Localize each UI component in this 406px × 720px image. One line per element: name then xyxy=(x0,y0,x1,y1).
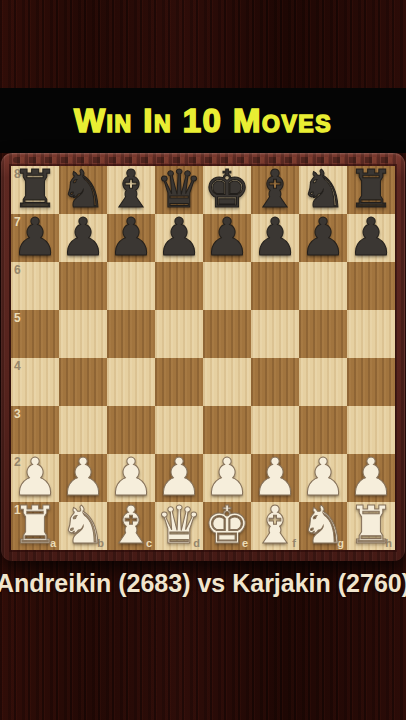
square-e1[interactable]: e♚ xyxy=(203,502,251,550)
square-f6[interactable] xyxy=(251,262,299,310)
black-bishop[interactable]: ♝ xyxy=(252,165,299,213)
match-caption-text: Andreikin (2683) vs Karjakin (2760) xyxy=(0,569,406,598)
black-pawn[interactable]: ♟ xyxy=(12,213,59,261)
square-a5[interactable]: 5 xyxy=(11,310,59,358)
white-bishop[interactable]: ♝ xyxy=(108,501,155,549)
square-a7[interactable]: 7♟ xyxy=(11,214,59,262)
square-b4[interactable] xyxy=(59,358,107,406)
square-c1[interactable]: c♝ xyxy=(107,502,155,550)
square-d1[interactable]: d♛ xyxy=(155,502,203,550)
white-pawn[interactable]: ♟ xyxy=(252,453,299,501)
black-rook[interactable]: ♜ xyxy=(348,165,395,213)
square-a6[interactable]: 6 xyxy=(11,262,59,310)
square-f1[interactable]: f♝ xyxy=(251,502,299,550)
white-rook[interactable]: ♜ xyxy=(12,501,59,549)
match-caption: Andreikin (2683) vs Karjakin (2760) xyxy=(0,566,406,600)
square-g6[interactable] xyxy=(299,262,347,310)
square-d4[interactable] xyxy=(155,358,203,406)
white-knight[interactable]: ♞ xyxy=(60,501,107,549)
black-pawn[interactable]: ♟ xyxy=(300,213,347,261)
white-pawn[interactable]: ♟ xyxy=(12,453,59,501)
rank-label-5: 5 xyxy=(14,312,21,324)
square-b6[interactable] xyxy=(59,262,107,310)
black-rook[interactable]: ♜ xyxy=(12,165,59,213)
square-h7[interactable]: ♟ xyxy=(347,214,395,262)
black-pawn[interactable]: ♟ xyxy=(156,213,203,261)
black-queen[interactable]: ♛ xyxy=(156,165,203,213)
white-pawn[interactable]: ♟ xyxy=(60,453,107,501)
black-knight[interactable]: ♞ xyxy=(300,165,347,213)
square-g7[interactable]: ♟ xyxy=(299,214,347,262)
square-d7[interactable]: ♟ xyxy=(155,214,203,262)
board-grid: 8♜♞♝♛♚♝♞♜7♟♟♟♟♟♟♟♟65432♟♟♟♟♟♟♟♟1a♜b♞c♝d♛… xyxy=(11,166,395,550)
square-b1[interactable]: b♞ xyxy=(59,502,107,550)
square-e4[interactable] xyxy=(203,358,251,406)
black-pawn[interactable]: ♟ xyxy=(60,213,107,261)
square-d5[interactable] xyxy=(155,310,203,358)
black-king[interactable]: ♚ xyxy=(204,165,251,213)
black-bishop[interactable]: ♝ xyxy=(108,165,155,213)
square-c6[interactable] xyxy=(107,262,155,310)
white-queen[interactable]: ♛ xyxy=(156,501,203,549)
square-g4[interactable] xyxy=(299,358,347,406)
square-c7[interactable]: ♟ xyxy=(107,214,155,262)
banner-title: Win In 10 Moves xyxy=(74,102,332,140)
square-f7[interactable]: ♟ xyxy=(251,214,299,262)
rank-label-6: 6 xyxy=(14,264,21,276)
square-f5[interactable] xyxy=(251,310,299,358)
white-pawn[interactable]: ♟ xyxy=(348,453,395,501)
white-rook[interactable]: ♜ xyxy=(348,501,395,549)
square-e7[interactable]: ♟ xyxy=(203,214,251,262)
square-e5[interactable] xyxy=(203,310,251,358)
title-banner: Win In 10 Moves xyxy=(0,88,406,153)
rank-label-4: 4 xyxy=(14,360,21,372)
rank-label-3: 3 xyxy=(14,408,21,420)
square-g5[interactable] xyxy=(299,310,347,358)
square-h6[interactable] xyxy=(347,262,395,310)
white-pawn[interactable]: ♟ xyxy=(108,453,155,501)
chess-board-frame: 8♜♞♝♛♚♝♞♜7♟♟♟♟♟♟♟♟65432♟♟♟♟♟♟♟♟1a♜b♞c♝d♛… xyxy=(1,153,405,561)
white-bishop[interactable]: ♝ xyxy=(252,501,299,549)
white-pawn[interactable]: ♟ xyxy=(156,453,203,501)
white-knight[interactable]: ♞ xyxy=(300,501,347,549)
square-d6[interactable] xyxy=(155,262,203,310)
black-pawn[interactable]: ♟ xyxy=(348,213,395,261)
square-h5[interactable] xyxy=(347,310,395,358)
square-c5[interactable] xyxy=(107,310,155,358)
square-f4[interactable] xyxy=(251,358,299,406)
square-h4[interactable] xyxy=(347,358,395,406)
square-b7[interactable]: ♟ xyxy=(59,214,107,262)
white-king[interactable]: ♚ xyxy=(204,501,251,549)
square-c4[interactable] xyxy=(107,358,155,406)
black-pawn[interactable]: ♟ xyxy=(252,213,299,261)
white-pawn[interactable]: ♟ xyxy=(204,453,251,501)
square-e6[interactable] xyxy=(203,262,251,310)
white-pawn[interactable]: ♟ xyxy=(300,453,347,501)
square-a1[interactable]: 1a♜ xyxy=(11,502,59,550)
square-b5[interactable] xyxy=(59,310,107,358)
square-a4[interactable]: 4 xyxy=(11,358,59,406)
square-g1[interactable]: g♞ xyxy=(299,502,347,550)
black-pawn[interactable]: ♟ xyxy=(204,213,251,261)
square-h1[interactable]: h♜ xyxy=(347,502,395,550)
black-pawn[interactable]: ♟ xyxy=(108,213,155,261)
black-knight[interactable]: ♞ xyxy=(60,165,107,213)
